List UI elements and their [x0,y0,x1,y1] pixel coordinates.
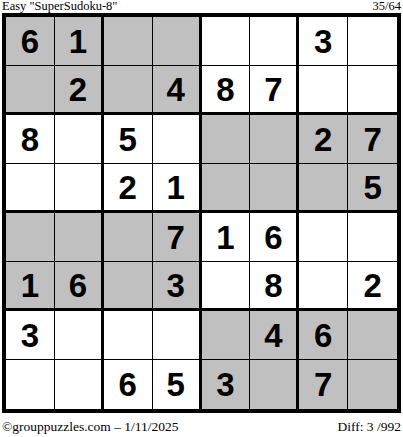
cell-r8c8[interactable] [348,360,397,409]
cell-r1c5[interactable] [202,17,251,66]
cell-r2c8[interactable] [348,66,397,115]
cell-r8c4: 5 [153,360,202,409]
cell-r7c8[interactable] [348,311,397,360]
cell-r5c6: 6 [250,213,299,262]
cell-r6c8: 2 [348,262,397,311]
footer: ©grouppuzzles.com – 1/11/2025 Diff: 3 /9… [2,419,401,434]
puzzle-page: Easy "SuperSudoku-8" 35/64 6132487852721… [0,0,403,437]
cell-r1c3[interactable] [104,17,153,66]
cell-r4c6[interactable] [250,164,299,213]
cell-r7c1: 3 [6,311,55,360]
cell-r3c1: 8 [6,115,55,164]
cell-r5c3[interactable] [104,213,153,262]
cell-r7c7: 6 [299,311,348,360]
cell-r4c7[interactable] [299,164,348,213]
cell-r6c4: 3 [153,262,202,311]
cell-r4c2[interactable] [55,164,104,213]
cell-r8c1[interactable] [6,360,55,409]
cell-r2c2: 2 [55,66,104,115]
cell-r1c2: 1 [55,17,104,66]
cell-r4c5[interactable] [202,164,251,213]
cell-r2c1[interactable] [6,66,55,115]
cell-r3c2[interactable] [55,115,104,164]
header: Easy "SuperSudoku-8" 35/64 [2,0,401,13]
cell-r5c8[interactable] [348,213,397,262]
cell-r1c7: 3 [299,17,348,66]
cell-r7c6: 4 [250,311,299,360]
cell-r5c4: 7 [153,213,202,262]
cell-r7c4[interactable] [153,311,202,360]
cell-r3c5[interactable] [202,115,251,164]
cell-r3c6[interactable] [250,115,299,164]
cell-r5c1[interactable] [6,213,55,262]
cell-r1c4[interactable] [153,17,202,66]
cell-r5c5: 1 [202,213,251,262]
cell-r3c8: 7 [348,115,397,164]
cell-r7c2[interactable] [55,311,104,360]
cell-r3c4[interactable] [153,115,202,164]
cell-r8c2[interactable] [55,360,104,409]
cell-r2c3[interactable] [104,66,153,115]
copyright-date: ©grouppuzzles.com – 1/11/2025 [2,419,179,434]
cell-r1c6[interactable] [250,17,299,66]
cell-r5c7[interactable] [299,213,348,262]
cell-r1c8[interactable] [348,17,397,66]
cell-r1c1: 6 [6,17,55,66]
cell-r4c8: 5 [348,164,397,213]
cell-r6c2: 6 [55,262,104,311]
cell-r6c3[interactable] [104,262,153,311]
cell-r6c5[interactable] [202,262,251,311]
cell-r3c3: 5 [104,115,153,164]
cell-r6c7[interactable] [299,262,348,311]
cell-r5c2[interactable] [55,213,104,262]
cell-r4c4: 1 [153,164,202,213]
cell-r8c6[interactable] [250,360,299,409]
cell-r8c7: 7 [299,360,348,409]
cell-r2c6: 7 [250,66,299,115]
difficulty-label: Diff: 3 /992 [338,419,402,434]
cell-r6c1: 1 [6,262,55,311]
cell-r2c4: 4 [153,66,202,115]
cell-r7c3[interactable] [104,311,153,360]
cell-r2c5: 8 [202,66,251,115]
cell-r2c7[interactable] [299,66,348,115]
cell-r7c5[interactable] [202,311,251,360]
puzzle-title: Easy "SuperSudoku-8" [2,0,117,13]
cell-r4c1[interactable] [6,164,55,213]
cell-r8c3: 6 [104,360,153,409]
cells-remaining-counter: 35/64 [373,0,401,13]
cell-r6c6: 8 [250,262,299,311]
sudoku-board: 61324878527215716163823466537 [2,13,401,413]
cell-r3c7: 2 [299,115,348,164]
cell-r4c3: 2 [104,164,153,213]
cell-r8c5: 3 [202,360,251,409]
